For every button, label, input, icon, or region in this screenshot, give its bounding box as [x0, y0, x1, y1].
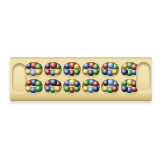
pit-bottom-1[interactable]	[25, 79, 43, 95]
marble-red	[50, 62, 56, 68]
pit-bottom-2[interactable]	[44, 79, 62, 95]
marble-green	[93, 69, 99, 75]
marble-yellow	[54, 86, 60, 92]
marble-yellow	[54, 69, 60, 75]
marble-yellow	[112, 69, 118, 75]
marble-skyblue	[108, 62, 114, 68]
pit-bottom-5[interactable]	[101, 79, 119, 95]
right-store-recess	[138, 64, 149, 91]
marble-navy	[50, 79, 56, 85]
pits-grid	[24, 61, 139, 95]
mancala-board	[10, 57, 152, 101]
marble-yellow	[35, 69, 41, 75]
marble-skyblue	[108, 79, 114, 85]
pit-top-4[interactable]	[82, 62, 100, 78]
marble-navy	[93, 86, 99, 92]
pit-bottom-3[interactable]	[63, 79, 81, 95]
pit-top-2[interactable]	[44, 62, 62, 78]
pit-top-1[interactable]	[25, 62, 43, 78]
pit-bottom-4[interactable]	[82, 79, 100, 95]
marble-red	[112, 86, 118, 92]
pit-top-3[interactable]	[63, 62, 81, 78]
pit-top-5[interactable]	[101, 62, 119, 78]
marble-green	[35, 86, 41, 92]
mancala-product-photo	[0, 0, 160, 160]
right-store	[136, 62, 151, 93]
